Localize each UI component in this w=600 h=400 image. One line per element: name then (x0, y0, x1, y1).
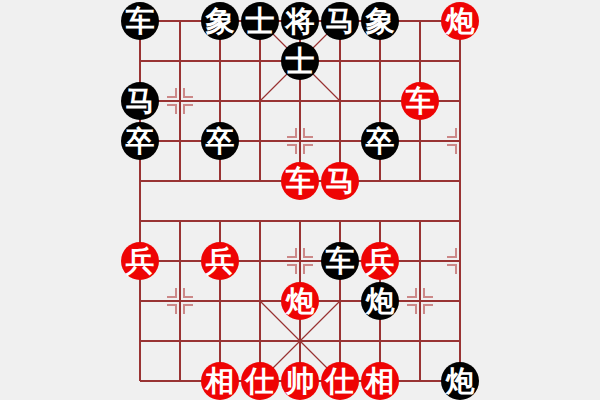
piece-black-king[interactable]: 将 (281, 2, 319, 40)
piece-red-advisor[interactable]: 仕 (321, 362, 359, 400)
piece-red-elephant[interactable]: 相 (201, 362, 239, 400)
piece-black-elephant[interactable]: 象 (201, 2, 239, 40)
piece-black-pawn[interactable]: 卒 (201, 122, 239, 160)
piece-red-elephant[interactable]: 相 (361, 362, 399, 400)
piece-black-pawn[interactable]: 卒 (361, 122, 399, 160)
piece-red-pawn[interactable]: 兵 (121, 242, 159, 280)
piece-black-horse[interactable]: 马 (121, 82, 159, 120)
piece-red-advisor[interactable]: 仕 (241, 362, 279, 400)
piece-black-advisor[interactable]: 士 (241, 2, 279, 40)
piece-black-cannon[interactable]: 炮 (441, 362, 479, 400)
xiangqi-app: 车象士将马象士马卒卒卒车炮炮炮车车马兵兵兵炮相仕帅仕相 (0, 0, 600, 400)
piece-red-horse[interactable]: 马 (321, 162, 359, 200)
piece-red-rook[interactable]: 车 (401, 82, 439, 120)
piece-red-cannon[interactable]: 炮 (281, 282, 319, 320)
piece-red-rook[interactable]: 车 (281, 162, 319, 200)
piece-black-horse[interactable]: 马 (321, 2, 359, 40)
piece-black-pawn[interactable]: 卒 (121, 122, 159, 160)
piece-black-cannon[interactable]: 炮 (361, 282, 399, 320)
piece-black-elephant[interactable]: 象 (361, 2, 399, 40)
piece-black-rook[interactable]: 车 (121, 2, 159, 40)
piece-red-pawn[interactable]: 兵 (201, 242, 239, 280)
piece-red-king[interactable]: 帅 (281, 362, 319, 400)
piece-red-cannon[interactable]: 炮 (441, 2, 479, 40)
piece-black-rook[interactable]: 车 (321, 242, 359, 280)
piece-black-advisor[interactable]: 士 (281, 42, 319, 80)
pieces-layer: 车象士将马象士马卒卒卒车炮炮炮车车马兵兵兵炮相仕帅仕相 (0, 0, 600, 400)
piece-red-pawn[interactable]: 兵 (361, 242, 399, 280)
